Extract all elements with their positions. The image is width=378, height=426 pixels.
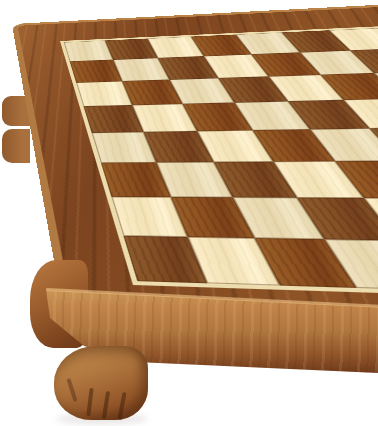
product-photo-canvas [0, 0, 378, 426]
back-left-foot-lower [2, 129, 30, 163]
board-square [70, 60, 123, 83]
